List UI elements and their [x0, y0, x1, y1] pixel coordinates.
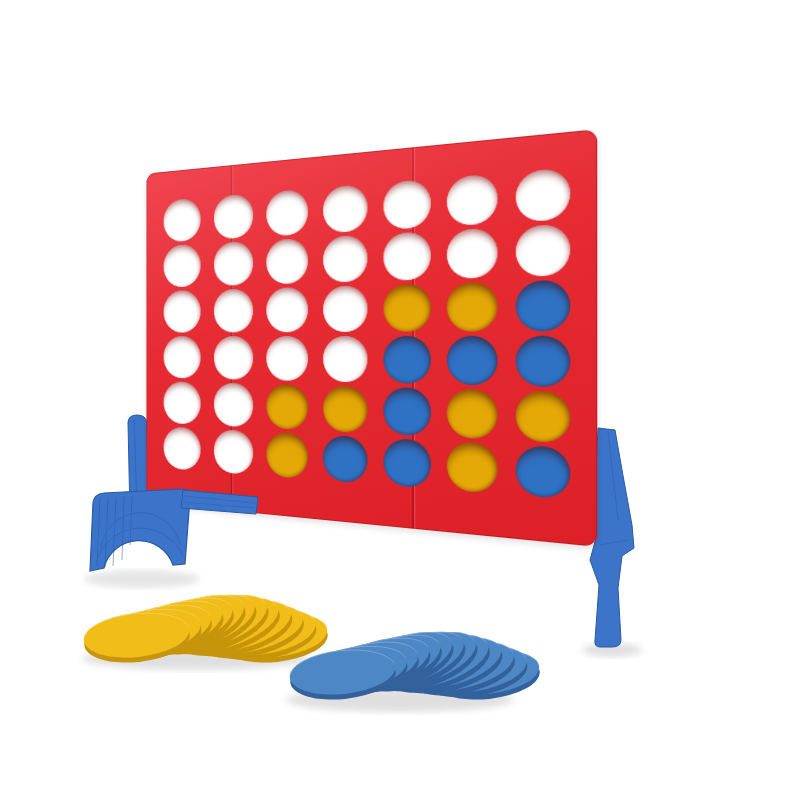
stands-in-front [0, 0, 800, 800]
connect-four-product-photo [0, 0, 800, 800]
